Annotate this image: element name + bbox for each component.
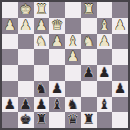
black-knight[interactable]: ♞ — [35, 81, 47, 95]
square-e1[interactable] — [49, 2, 65, 18]
black-pawn[interactable]: ♟ — [4, 97, 16, 111]
white-pawn[interactable]: ♟ — [114, 18, 126, 32]
square-a6[interactable]: ♟ — [112, 81, 128, 97]
black-pawn[interactable]: ♟ — [83, 66, 95, 80]
square-b7[interactable]: ♝ — [97, 97, 113, 113]
white-rook[interactable]: ♜ — [35, 3, 47, 17]
black-king[interactable]: ♚ — [20, 113, 32, 127]
white-rook[interactable]: ♜ — [83, 3, 95, 17]
black-queen[interactable]: ♛ — [67, 113, 79, 127]
square-e5[interactable] — [49, 65, 65, 81]
chess-board-frame: ♚♜♜♟♟♟♛♝♟♞♟♝♞♟♟♟♟♞♟♟♟♟♟♝♞♝♚♜♛♜ — [0, 0, 130, 130]
square-e6[interactable]: ♟ — [49, 81, 65, 97]
square-b3[interactable]: ♟ — [97, 34, 113, 50]
square-d2[interactable] — [65, 18, 81, 34]
square-e3[interactable]: ♟ — [49, 34, 65, 50]
square-b2[interactable]: ♝ — [97, 18, 113, 34]
square-c4[interactable] — [81, 49, 97, 65]
white-pawn[interactable]: ♟ — [4, 18, 16, 32]
square-a1[interactable] — [112, 2, 128, 18]
square-d4[interactable]: ♟ — [65, 49, 81, 65]
white-pawn[interactable]: ♟ — [98, 34, 110, 48]
black-pawn[interactable]: ♟ — [51, 81, 63, 95]
white-knight[interactable]: ♞ — [35, 34, 47, 48]
black-rook[interactable]: ♜ — [83, 113, 95, 127]
square-g2[interactable]: ♟ — [18, 18, 34, 34]
black-bishop[interactable]: ♝ — [98, 97, 110, 111]
square-c8[interactable]: ♜ — [81, 112, 97, 128]
white-queen[interactable]: ♛ — [51, 18, 63, 32]
black-pawn[interactable]: ♟ — [35, 97, 47, 111]
square-f1[interactable]: ♜ — [34, 2, 50, 18]
square-d3[interactable]: ♝ — [65, 34, 81, 50]
square-h8[interactable] — [2, 112, 18, 128]
square-c6[interactable] — [81, 81, 97, 97]
square-f6[interactable]: ♞ — [34, 81, 50, 97]
square-h3[interactable] — [2, 34, 18, 50]
square-e7[interactable]: ♝ — [49, 97, 65, 113]
square-a3[interactable] — [112, 34, 128, 50]
white-pawn[interactable]: ♟ — [35, 18, 47, 32]
square-e2[interactable]: ♛ — [49, 18, 65, 34]
square-b4[interactable] — [97, 49, 113, 65]
square-f3[interactable]: ♞ — [34, 34, 50, 50]
square-h5[interactable] — [2, 65, 18, 81]
black-pawn[interactable]: ♟ — [114, 81, 126, 95]
square-b5[interactable]: ♟ — [97, 65, 113, 81]
white-king[interactable]: ♚ — [20, 3, 32, 17]
black-bishop[interactable]: ♝ — [51, 97, 63, 111]
square-h7[interactable]: ♟ — [2, 97, 18, 113]
square-e4[interactable] — [49, 49, 65, 65]
square-a8[interactable] — [112, 112, 128, 128]
square-c2[interactable] — [81, 18, 97, 34]
square-f2[interactable]: ♟ — [34, 18, 50, 34]
black-pawn[interactable]: ♟ — [20, 97, 32, 111]
square-e8[interactable] — [49, 112, 65, 128]
square-a4[interactable] — [112, 49, 128, 65]
white-pawn[interactable]: ♟ — [51, 34, 63, 48]
square-g7[interactable]: ♟ — [18, 97, 34, 113]
white-pawn[interactable]: ♟ — [67, 50, 79, 64]
square-g1[interactable]: ♚ — [18, 2, 34, 18]
square-b6[interactable] — [97, 81, 113, 97]
square-a7[interactable] — [112, 97, 128, 113]
square-h4[interactable] — [2, 49, 18, 65]
square-d5[interactable] — [65, 65, 81, 81]
square-c3[interactable]: ♞ — [81, 34, 97, 50]
black-rook[interactable]: ♜ — [35, 113, 47, 127]
white-bishop[interactable]: ♝ — [67, 34, 79, 48]
white-knight[interactable]: ♞ — [83, 34, 95, 48]
square-h1[interactable] — [2, 2, 18, 18]
square-f5[interactable] — [34, 65, 50, 81]
chess-board: ♚♜♜♟♟♟♛♝♟♞♟♝♞♟♟♟♟♞♟♟♟♟♟♝♞♝♚♜♛♜ — [2, 2, 128, 128]
black-pawn[interactable]: ♟ — [98, 66, 110, 80]
square-d6[interactable] — [65, 81, 81, 97]
square-d8[interactable]: ♛ — [65, 112, 81, 128]
square-f7[interactable]: ♟ — [34, 97, 50, 113]
square-c1[interactable]: ♜ — [81, 2, 97, 18]
square-g3[interactable] — [18, 34, 34, 50]
square-c5[interactable]: ♟ — [81, 65, 97, 81]
square-g8[interactable]: ♚ — [18, 112, 34, 128]
square-f4[interactable] — [34, 49, 50, 65]
square-a5[interactable] — [112, 65, 128, 81]
white-pawn[interactable]: ♟ — [20, 18, 32, 32]
square-g5[interactable] — [18, 65, 34, 81]
square-a2[interactable]: ♟ — [112, 18, 128, 34]
square-g4[interactable] — [18, 49, 34, 65]
white-bishop[interactable]: ♝ — [98, 18, 110, 32]
square-f8[interactable]: ♜ — [34, 112, 50, 128]
square-h6[interactable] — [2, 81, 18, 97]
square-b8[interactable] — [97, 112, 113, 128]
square-d1[interactable] — [65, 2, 81, 18]
square-h2[interactable]: ♟ — [2, 18, 18, 34]
black-knight[interactable]: ♞ — [67, 97, 79, 111]
square-g6[interactable] — [18, 81, 34, 97]
square-c7[interactable] — [81, 97, 97, 113]
square-d7[interactable]: ♞ — [65, 97, 81, 113]
square-b1[interactable] — [97, 2, 113, 18]
